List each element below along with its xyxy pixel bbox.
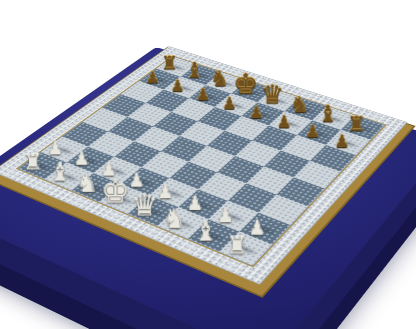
piece-silver-rook-h1[interactable]: ♜ <box>216 234 258 258</box>
square-h5[interactable] <box>294 161 341 189</box>
product-photo-scene: ♜♝♞♚♛♞♝♜♟♟♟♟♟♟♟♟♟♟♟♟♟♟♟♟♜♝♞♚♛♞♝♜ <box>0 0 416 329</box>
piece-brass-pawn-h7[interactable]: ♟ <box>323 133 359 150</box>
